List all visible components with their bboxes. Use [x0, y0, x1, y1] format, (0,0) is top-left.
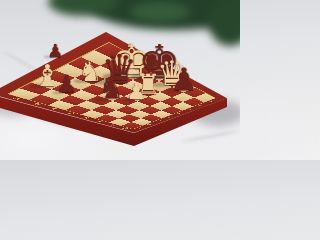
red-pawn-f8[interactable]: ♟: [168, 64, 199, 95]
white-pawn-e5[interactable]: ♟: [125, 81, 147, 103]
plant-leaves: [130, 2, 190, 22]
red-pawn-offboard[interactable]: ♟: [46, 42, 64, 60]
plant-leaves: [208, 0, 240, 46]
plant-leaves: [48, 0, 118, 16]
marble-vein: [180, 130, 240, 143]
red-knight-d4[interactable]: ♞: [96, 74, 125, 103]
scene: { "game": "chess", "scene_caption": "Woo…: [0, 0, 240, 160]
plant-leaves: [90, 0, 240, 30]
red-pawn-b3[interactable]: ♟: [55, 72, 79, 96]
